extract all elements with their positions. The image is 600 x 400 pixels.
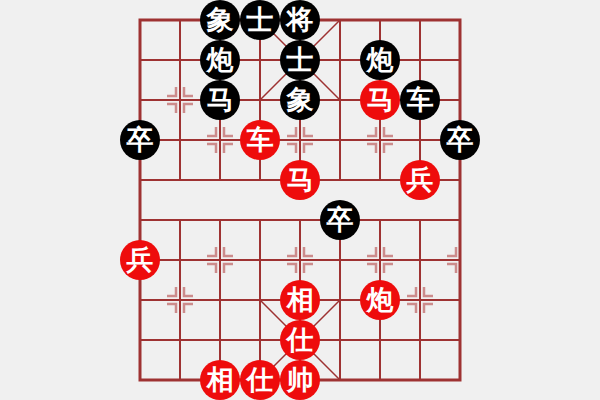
piece-red-horse[interactable]: 马 [360,80,400,120]
piece-black-horse[interactable]: 马 [200,80,240,120]
piece-black-advisor[interactable]: 士 [240,0,280,40]
piece-red-pawn[interactable]: 兵 [400,160,440,200]
piece-red-general[interactable]: 帅 [280,360,320,400]
piece-red-advisor[interactable]: 仕 [280,320,320,360]
piece-black-pawn[interactable]: 卒 [120,120,160,160]
piece-red-pawn[interactable]: 兵 [120,240,160,280]
piece-black-cannon[interactable]: 炮 [200,40,240,80]
piece-red-cannon[interactable]: 炮 [360,280,400,320]
piece-black-pawn[interactable]: 卒 [320,200,360,240]
piece-red-horse[interactable]: 马 [280,160,320,200]
piece-red-chariot[interactable]: 车 [240,120,280,160]
piece-black-pawn[interactable]: 卒 [440,120,480,160]
piece-black-elephant[interactable]: 象 [200,0,240,40]
piece-red-elephant[interactable]: 相 [200,360,240,400]
piece-black-cannon[interactable]: 炮 [360,40,400,80]
piece-black-advisor[interactable]: 士 [280,40,320,80]
piece-black-elephant[interactable]: 象 [280,80,320,120]
piece-red-elephant[interactable]: 相 [280,280,320,320]
xiangqi-board-area: 象士将炮士炮马象马车卒车卒马兵卒兵相炮仕相仕帅 [0,0,600,400]
xiangqi-board[interactable]: 象士将炮士炮马象马车卒车卒马兵卒兵相炮仕相仕帅 [120,0,480,400]
piece-black-chariot[interactable]: 车 [400,80,440,120]
piece-red-advisor[interactable]: 仕 [240,360,280,400]
piece-black-general[interactable]: 将 [280,0,320,40]
